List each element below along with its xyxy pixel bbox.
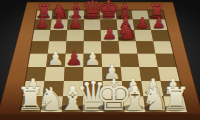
square-f4[interactable] — [120, 54, 140, 67]
square-g4[interactable] — [138, 54, 158, 67]
white-rook-h1[interactable]: ♜ — [162, 80, 191, 118]
square-g6[interactable] — [134, 30, 153, 41]
red-pawn-e6[interactable]: ♟ — [102, 24, 116, 43]
square-h4[interactable] — [155, 54, 176, 67]
red-pawn-g7[interactable]: ♟ — [136, 14, 149, 31]
square-c6[interactable] — [66, 30, 83, 41]
chess-board[interactable]: ♜♞♝♛♚♝♜♟♟♟♟♟♟♟♞♟♟♟♟♟♟♟♟♜♞♝♛♚♝♞♜ — [0, 0, 200, 120]
white-pawn-d4[interactable]: ♟ — [84, 48, 101, 69]
square-h6[interactable] — [151, 30, 170, 41]
red-pawn-c4[interactable]: ♟ — [66, 48, 83, 69]
red-knight-f6[interactable]: ♞ — [117, 18, 137, 44]
square-a4[interactable] — [28, 54, 48, 67]
red-pawn-h7[interactable]: ♟ — [152, 14, 165, 31]
white-pawn-b4[interactable]: ♟ — [47, 48, 64, 69]
chess-3d-scene: ♜♞♝♛♚♝♜♟♟♟♟♟♟♟♞♟♟♟♟♟♟♟♟♜♞♝♛♚♝♞♜ — [0, 0, 200, 120]
red-pawn-b7[interactable]: ♟ — [52, 14, 65, 31]
red-pawn-c7[interactable]: ♟ — [69, 14, 82, 31]
square-a6[interactable] — [32, 30, 51, 41]
red-pawn-a7[interactable]: ♟ — [36, 14, 49, 31]
square-b6[interactable] — [49, 30, 67, 41]
square-g5[interactable] — [136, 41, 156, 53]
square-h5[interactable] — [153, 41, 173, 53]
square-a5[interactable] — [30, 41, 49, 53]
square-d6[interactable] — [84, 30, 101, 41]
